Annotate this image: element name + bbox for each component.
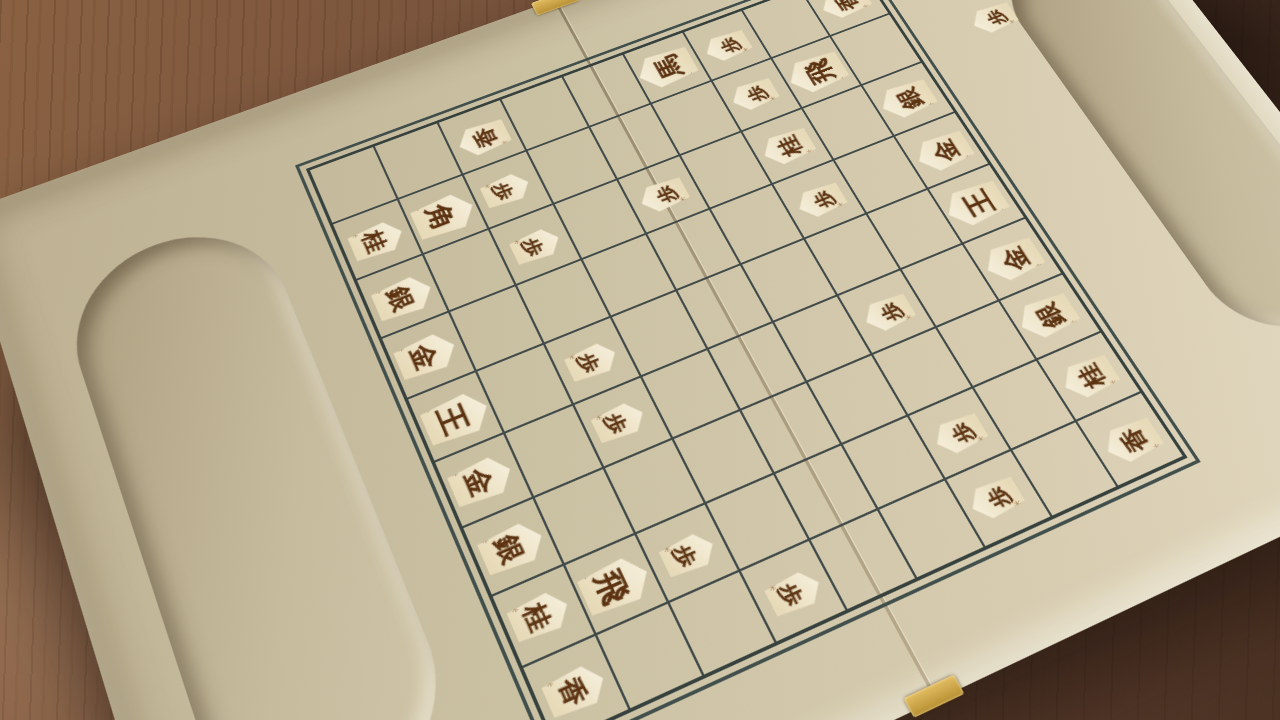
piece-kanji: 桂 [358, 228, 389, 255]
shogi-piece-銀[interactable]: 銀✳ [473, 512, 552, 585]
shogi-piece-金[interactable]: 金✳ [443, 446, 520, 516]
piece-kanji: 歩 [717, 35, 743, 56]
piece-kanji: 銀 [383, 283, 417, 314]
shogi-piece-香[interactable]: 香✳ [537, 654, 613, 720]
piece-maker-mark: ✳ [926, 101, 939, 110]
shogi-piece-香[interactable]: 香✳ [813, 0, 875, 25]
shogi-piece-歩[interactable]: 歩✳ [633, 171, 693, 219]
piece-maker-mark: ✳ [1150, 441, 1165, 453]
piece-kanji: 歩 [876, 299, 905, 324]
piece-kanji: 歩 [575, 350, 603, 376]
shogi-piece-桂[interactable]: 桂✳ [503, 581, 577, 650]
piece-kanji: 歩 [602, 410, 631, 437]
piece-kanji: 金 [406, 341, 441, 373]
piece-maker-mark: ✳ [767, 94, 780, 103]
piece-maker-mark: ✳ [1033, 261, 1047, 272]
piece-maker-mark: ✳ [1011, 498, 1026, 510]
brass-hinge-icon [903, 675, 964, 718]
piece-kanji: 馬 [650, 52, 687, 82]
piece-kanji: 桂 [1074, 361, 1109, 391]
piece-kanji: 飛 [590, 565, 633, 607]
shogi-piece-歩[interactable]: 歩✳ [856, 287, 920, 339]
shogi-piece-桂[interactable]: 桂✳ [1052, 347, 1124, 407]
piece-kanji: 香 [553, 674, 589, 710]
piece-kanji: 金 [459, 464, 496, 499]
piece-kanji: 歩 [983, 483, 1014, 511]
piece-kanji: 歩 [490, 180, 517, 203]
piece-maker-mark: ✳ [740, 46, 753, 55]
table-surface: 香✳馬✳歩✳香✳桂✳角✳歩✳歩✳飛✳銀✳歩✳歩✳桂✳銀✳金✳歩✳金✳王✳歩✳王✳… [0, 0, 1280, 720]
shogi-piece-歩[interactable]: 歩✳ [790, 177, 851, 225]
piece-kanji: 銀 [893, 85, 927, 112]
shogi-piece-金[interactable]: 金✳ [390, 324, 464, 388]
shogi-piece-歩[interactable]: 歩✳ [506, 221, 566, 271]
piece-kanji: 桂 [774, 133, 805, 159]
shogi-piece-歩[interactable]: 歩✳ [760, 562, 829, 624]
brass-hinge-icon [531, 0, 580, 16]
shogi-piece-香[interactable]: 香✳ [452, 113, 515, 164]
shogi-piece-歩[interactable]: 歩✳ [961, 469, 1029, 528]
piece-kanji: 歩 [775, 579, 806, 609]
piece-maker-mark: ✳ [860, 2, 872, 11]
piece-kanji: 歩 [983, 7, 1009, 27]
piece-kanji: 歩 [743, 83, 769, 104]
piece-maker-mark: ✳ [499, 139, 512, 149]
shogi-piece-歩[interactable]: 歩✳ [655, 524, 722, 585]
piece-kanji: 金 [997, 244, 1033, 274]
shogi-piece-歩[interactable]: 歩✳ [477, 166, 536, 214]
piece-kanji: 王 [433, 400, 473, 438]
piece-kanji: 香 [1117, 424, 1153, 455]
shogi-piece-香[interactable]: 香✳ [1095, 410, 1169, 472]
piece-maker-mark: ✳ [974, 434, 989, 446]
piece-kanji: 銀 [491, 531, 529, 567]
shogi-piece-歩[interactable]: 歩✳ [725, 73, 783, 118]
shogi-board: 香✳馬✳歩✳香✳桂✳角✳歩✳歩✳飛✳銀✳歩✳歩✳桂✳銀✳金✳歩✳金✳王✳歩✳王✳… [0, 0, 1280, 720]
piece-maker-mark: ✳ [1006, 18, 1019, 27]
piece-kanji: 金 [928, 136, 963, 164]
piece-kanji: 香 [471, 124, 501, 150]
piece-kanji: 王 [957, 186, 997, 219]
piece-kanji: 角 [423, 200, 461, 233]
shogi-grid: 香✳馬✳歩✳香✳桂✳角✳歩✳歩✳飛✳銀✳歩✳歩✳桂✳銀✳金✳歩✳金✳王✳歩✳王✳… [306, 0, 1188, 720]
piece-kanji: 銀 [1031, 300, 1068, 331]
shogi-piece-歩[interactable]: 歩✳ [561, 335, 624, 389]
piece-kanji: 桂 [519, 600, 554, 635]
shogi-piece-桂[interactable]: 桂✳ [344, 213, 409, 268]
piece-kanji: 飛 [800, 57, 837, 87]
piece-kanji: 香 [832, 0, 862, 13]
piece-maker-mark: ✳ [1068, 318, 1082, 329]
piece-kanji: 歩 [810, 188, 838, 211]
piece-kanji: 歩 [947, 419, 977, 446]
piece-kanji: 歩 [519, 235, 546, 259]
shogi-piece-金[interactable]: 金✳ [907, 124, 979, 180]
piece-kanji: 歩 [670, 541, 700, 570]
shogi-piece-歩[interactable]: 歩✳ [698, 25, 755, 68]
shogi-piece-歩[interactable]: 歩✳ [926, 406, 992, 462]
shogi-piece-歩[interactable]: 歩✳ [587, 394, 651, 450]
piece-maker-mark: ✳ [677, 195, 690, 205]
piece-maker-mark: ✳ [834, 200, 847, 210]
shogi-piece-桂[interactable]: 桂✳ [754, 121, 819, 172]
piece-kanji: 歩 [653, 183, 680, 206]
